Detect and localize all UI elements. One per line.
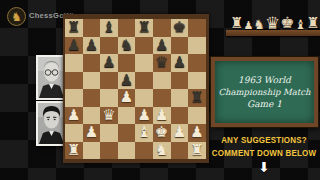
shelf-knight-icon: ♞	[253, 19, 265, 30]
square-g8: ♚	[171, 19, 189, 37]
square-b7: ♟	[83, 37, 101, 55]
black-pawn-b7: ♟	[85, 38, 98, 53]
square-f2: ♚	[153, 124, 171, 142]
black-pawn-c6: ♟	[102, 55, 115, 70]
white-pawn-a3: ♟	[67, 108, 80, 123]
square-f7: ♟	[153, 37, 171, 55]
square-h4: ♜	[188, 89, 206, 107]
square-a2	[65, 124, 83, 142]
chess-board-frame: ♜♝♜♚♟♟♞♟♟♛♟♟♟♜♟♛♟♟♟♝♚♟♟♜♞♜	[63, 14, 209, 163]
square-a8: ♜	[65, 19, 83, 37]
white-knight-f1: ♞	[155, 143, 168, 158]
square-d7: ♞	[118, 37, 136, 55]
square-c7	[100, 37, 118, 55]
shelf-rook-icon: ♜	[230, 17, 243, 30]
square-a6	[65, 54, 83, 72]
black-rook-h4: ♜	[190, 90, 203, 105]
square-c4	[100, 89, 118, 107]
knight-icon: ♞	[11, 11, 22, 23]
black-pawn-g6: ♟	[173, 55, 186, 70]
square-e7	[135, 37, 153, 55]
square-g2: ♟	[171, 124, 189, 142]
square-a4	[65, 89, 83, 107]
square-e1	[135, 142, 153, 160]
square-c2	[100, 124, 118, 142]
square-b3	[83, 107, 101, 125]
chalkboard-title-line1: 1963 World	[238, 75, 291, 85]
white-pawn-b2: ♟	[85, 125, 98, 140]
shelf-bishop-icon: ♝	[295, 19, 307, 30]
square-d1	[118, 142, 136, 160]
portrait-photo	[38, 103, 65, 144]
chalkboard: 1963 World Championship Match Game 1	[211, 57, 318, 127]
square-g6: ♟	[171, 54, 189, 72]
white-queen-c3: ♛	[102, 108, 115, 123]
white-pawn-f3: ♟	[155, 108, 168, 123]
black-king-g8: ♚	[173, 20, 186, 35]
square-d8	[118, 19, 136, 37]
white-king-f2: ♚	[155, 125, 168, 140]
square-g7	[171, 37, 189, 55]
square-b8	[83, 19, 101, 37]
square-f5	[153, 72, 171, 90]
square-d2	[118, 124, 136, 142]
shelf-pawn-icon: ♟	[243, 21, 253, 30]
black-pawn-f7: ♟	[155, 38, 168, 53]
square-a5	[65, 72, 83, 90]
square-b4	[83, 89, 101, 107]
square-f1: ♞	[153, 142, 171, 160]
square-d5: ♟	[118, 72, 136, 90]
white-pawn-h2: ♟	[190, 125, 203, 140]
shelf-king-icon: ♚	[280, 16, 294, 30]
square-d6	[118, 54, 136, 72]
black-queen-f6: ♛	[155, 55, 168, 70]
shelf-queen-icon: ♛	[265, 16, 280, 30]
shelf-pieces: ♜♟♞♛♚♝♜	[230, 16, 317, 30]
square-c8: ♝	[100, 19, 118, 37]
square-f8	[153, 19, 171, 37]
square-h3	[188, 107, 206, 125]
white-pawn-d4: ♟	[120, 90, 133, 105]
cta-line2: COMMENT DOWN BELOW	[210, 149, 318, 158]
black-rook-e8: ♜	[137, 20, 150, 35]
square-c6: ♟	[100, 54, 118, 72]
square-e2: ♝	[135, 124, 153, 142]
square-a1: ♜	[65, 142, 83, 160]
square-e4	[135, 89, 153, 107]
square-h8	[188, 19, 206, 37]
square-f3: ♟	[153, 107, 171, 125]
square-d4: ♟	[118, 89, 136, 107]
square-g4	[171, 89, 189, 107]
square-d3	[118, 107, 136, 125]
square-b6	[83, 54, 101, 72]
chalkboard-title-line2: Championship Match	[219, 87, 311, 97]
white-bishop-e2: ♝	[137, 125, 150, 140]
square-f6: ♛	[153, 54, 171, 72]
square-b1	[83, 142, 101, 160]
square-h5	[188, 72, 206, 90]
black-bishop-c8: ♝	[102, 20, 115, 35]
down-arrow-icon: ⬇	[210, 160, 318, 174]
thumbnail-canvas: ♞ ChessGoWin ♜♟♞♛♚♝♜	[0, 0, 320, 180]
square-f4	[153, 89, 171, 107]
white-rook-a1: ♜	[67, 143, 80, 158]
square-h2: ♟	[188, 124, 206, 142]
square-a7: ♟	[65, 37, 83, 55]
wooden-shelf	[226, 30, 320, 36]
cta-text-block: ANY SUGGESTIONS? COMMENT DOWN BELOW ⬇	[210, 136, 318, 174]
shelf-rook-icon: ♜	[306, 17, 319, 30]
black-pawn-a7: ♟	[67, 38, 80, 53]
square-b5	[83, 72, 101, 90]
black-knight-d7: ♞	[120, 38, 133, 53]
square-c3: ♛	[100, 107, 118, 125]
white-pawn-e3: ♟	[137, 108, 150, 123]
portrait-photo	[38, 57, 65, 98]
chess-board: ♜♝♜♚♟♟♞♟♟♛♟♟♟♜♟♛♟♟♟♝♚♟♟♜♞♜	[65, 19, 206, 159]
square-h1: ♜	[188, 142, 206, 160]
square-a3: ♟	[65, 107, 83, 125]
channel-logo: ♞	[7, 7, 26, 26]
square-h6	[188, 54, 206, 72]
square-c1	[100, 142, 118, 160]
square-g3	[171, 107, 189, 125]
square-e8: ♜	[135, 19, 153, 37]
square-e5	[135, 72, 153, 90]
shelf-decoration: ♜♟♞♛♚♝♜	[226, 0, 320, 36]
square-e6	[135, 54, 153, 72]
square-e3: ♟	[135, 107, 153, 125]
white-pawn-g2: ♟	[173, 125, 186, 140]
black-rook-a8: ♜	[67, 20, 80, 35]
white-rook-h1: ♜	[190, 143, 203, 158]
cta-line1: ANY SUGGESTIONS?	[210, 136, 318, 145]
square-g5	[171, 72, 189, 90]
square-b2: ♟	[83, 124, 101, 142]
black-pawn-d5: ♟	[120, 73, 133, 88]
square-c5	[100, 72, 118, 90]
chalkboard-title-line3: Game 1	[247, 99, 282, 109]
square-g1	[171, 142, 189, 160]
square-h7	[188, 37, 206, 55]
